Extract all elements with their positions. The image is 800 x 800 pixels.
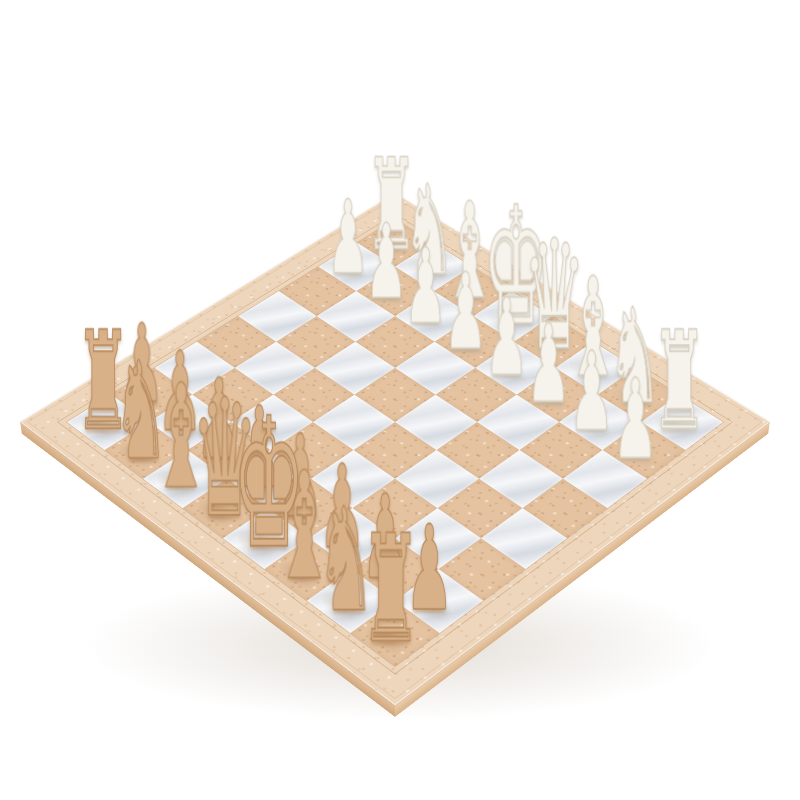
pawn-glyph: ♟ — [613, 364, 659, 474]
photo-canvas: ♜♞♝♚♛♝♞♜♟♟♟♟♟♟♟♟♟♟♟♟♟♟♟♟♜♞♝♛♚♝♞♜ — [0, 0, 800, 800]
rook-glyph: ♜ — [360, 517, 409, 666]
knight-glyph: ♞ — [316, 489, 365, 632]
pawn-glyph: ♟ — [569, 337, 614, 446]
chess-board: ♜♞♝♚♛♝♞♜♟♟♟♟♟♟♟♟♟♟♟♟♟♟♟♟♜♞♝♛♚♝♞♜ — [20, 193, 770, 705]
scene: ♜♞♝♚♛♝♞♜♟♟♟♟♟♟♟♟♟♟♟♟♟♟♟♟♜♞♝♛♚♝♞♜ — [0, 0, 800, 800]
bishop-glyph: ♝ — [274, 452, 322, 601]
king-glyph: ♚ — [232, 396, 280, 575]
